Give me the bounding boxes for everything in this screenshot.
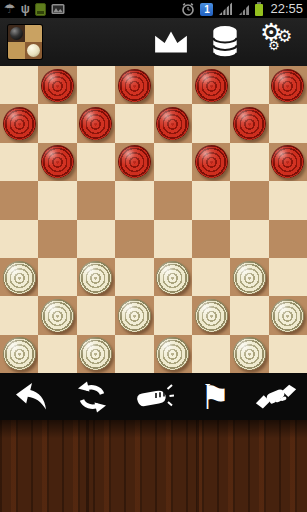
board-square-g8[interactable] xyxy=(230,66,268,104)
undo-icon xyxy=(13,381,49,413)
board-square-c7[interactable] xyxy=(77,104,115,142)
board-square-b4[interactable] xyxy=(38,220,76,258)
board-square-a4[interactable] xyxy=(0,220,38,258)
board-square-a2[interactable] xyxy=(0,296,38,334)
undo-button[interactable] xyxy=(0,373,61,420)
board-square-c2[interactable] xyxy=(77,296,115,334)
app-logo-dark-square2 xyxy=(25,42,42,59)
board-square-h5[interactable] xyxy=(269,181,307,219)
action-bar: ⚙ ⚙ ⚙ xyxy=(0,18,307,66)
clock-time: 22:55 xyxy=(270,0,303,18)
white-piece[interactable] xyxy=(156,337,189,370)
board-square-f8[interactable] xyxy=(192,66,230,104)
crown-icon xyxy=(153,29,189,55)
resign-button[interactable]: ⚑ xyxy=(184,373,245,420)
flag-icon: ⚑ xyxy=(200,377,230,417)
board-square-c3[interactable] xyxy=(77,258,115,296)
settings-button[interactable]: ⚙ ⚙ ⚙ xyxy=(259,22,299,62)
red-piece[interactable] xyxy=(41,145,74,178)
red-piece[interactable] xyxy=(233,107,266,140)
draw-offer-button[interactable] xyxy=(246,373,307,420)
board-square-d6[interactable] xyxy=(115,143,153,181)
board-square-b5[interactable] xyxy=(38,181,76,219)
board-square-g7[interactable] xyxy=(230,104,268,142)
board-square-b6[interactable] xyxy=(38,143,76,181)
app-logo-light-square2 xyxy=(8,42,25,59)
board-square-g3[interactable] xyxy=(230,258,268,296)
board-square-c8[interactable] xyxy=(77,66,115,104)
board-square-a8[interactable] xyxy=(0,66,38,104)
board-square-g1[interactable] xyxy=(230,335,268,373)
battery-saver-app-icon xyxy=(35,3,46,16)
gears-icon: ⚙ ⚙ ⚙ xyxy=(261,24,297,60)
board-square-f6[interactable] xyxy=(192,143,230,181)
rotate-icon xyxy=(76,381,108,413)
white-piece[interactable] xyxy=(233,337,266,370)
board-square-b2[interactable] xyxy=(38,296,76,334)
punch-button[interactable] xyxy=(123,373,184,420)
database-icon xyxy=(211,25,239,59)
app-logo-dark-square xyxy=(8,25,25,42)
board-square-b8[interactable] xyxy=(38,66,76,104)
board-square-f2[interactable] xyxy=(192,296,230,334)
bottom-toolbar: ⚑ xyxy=(0,373,307,420)
board-square-d1[interactable] xyxy=(115,335,153,373)
board-square-e3[interactable] xyxy=(154,258,192,296)
white-piece[interactable] xyxy=(233,261,266,294)
app-logo-light-square xyxy=(25,25,42,42)
status-bar: ☂ ψ 1 22:55 xyxy=(0,0,307,18)
board-square-d7[interactable] xyxy=(115,104,153,142)
board-square-e6[interactable] xyxy=(154,143,192,181)
battery-icon xyxy=(255,4,263,16)
board-square-e2[interactable] xyxy=(154,296,192,334)
board-square-h7[interactable] xyxy=(269,104,307,142)
white-piece[interactable] xyxy=(118,299,151,332)
app-logo-icon xyxy=(8,25,42,59)
board-square-c5[interactable] xyxy=(77,181,115,219)
handshake-icon xyxy=(255,383,297,411)
board-square-g2[interactable] xyxy=(230,296,268,334)
board-square-b1[interactable] xyxy=(38,335,76,373)
signal-strength-icon xyxy=(218,2,233,16)
white-piece[interactable] xyxy=(41,299,74,332)
board-square-d2[interactable] xyxy=(115,296,153,334)
board-square-f3[interactable] xyxy=(192,258,230,296)
board-square-c4[interactable] xyxy=(77,220,115,258)
notification-badge: 1 xyxy=(200,3,213,16)
rotate-button[interactable] xyxy=(61,373,122,420)
board-square-d8[interactable] xyxy=(115,66,153,104)
signal-strength-2-icon xyxy=(238,2,250,16)
umbrella-icon: ☂ xyxy=(4,0,16,18)
board-square-h4[interactable] xyxy=(269,220,307,258)
gallery-icon xyxy=(51,3,65,15)
white-piece[interactable] xyxy=(156,261,189,294)
board-square-h3[interactable] xyxy=(269,258,307,296)
board-square-h6[interactable] xyxy=(269,143,307,181)
usb-icon: ψ xyxy=(21,0,30,18)
board-square-a3[interactable] xyxy=(0,258,38,296)
white-piece[interactable] xyxy=(195,299,228,332)
board-square-e7[interactable] xyxy=(154,104,192,142)
board-square-d5[interactable] xyxy=(115,181,153,219)
board-square-c6[interactable] xyxy=(77,143,115,181)
app-logo-white-piece xyxy=(27,44,40,57)
red-piece[interactable] xyxy=(156,107,189,140)
board-square-e1[interactable] xyxy=(154,335,192,373)
board-square-f7[interactable] xyxy=(192,104,230,142)
board-square-f4[interactable] xyxy=(192,220,230,258)
white-piece[interactable] xyxy=(3,337,36,370)
board-square-g6[interactable] xyxy=(230,143,268,181)
red-piece[interactable] xyxy=(118,69,151,102)
checkers-app-window: ☂ ψ 1 22:55 xyxy=(0,0,307,512)
board[interactable] xyxy=(0,66,307,373)
board-square-f1[interactable] xyxy=(192,335,230,373)
red-piece[interactable] xyxy=(3,107,36,140)
crown-button[interactable] xyxy=(151,22,191,62)
white-piece[interactable] xyxy=(3,261,36,294)
board-square-g5[interactable] xyxy=(230,181,268,219)
board-square-a6[interactable] xyxy=(0,143,38,181)
board-square-g4[interactable] xyxy=(230,220,268,258)
board-square-h1[interactable] xyxy=(269,335,307,373)
board-square-d3[interactable] xyxy=(115,258,153,296)
red-piece[interactable] xyxy=(195,145,228,178)
red-piece[interactable] xyxy=(271,69,304,102)
alarm-clock-icon xyxy=(181,2,195,16)
board-square-a7[interactable] xyxy=(0,104,38,142)
board-square-a5[interactable] xyxy=(0,181,38,219)
board-square-e4[interactable] xyxy=(154,220,192,258)
board-square-h2[interactable] xyxy=(269,296,307,334)
board-square-b3[interactable] xyxy=(38,258,76,296)
white-piece[interactable] xyxy=(271,299,304,332)
board-square-d4[interactable] xyxy=(115,220,153,258)
app-logo-black-piece xyxy=(10,27,23,40)
white-piece[interactable] xyxy=(79,261,112,294)
board-square-e5[interactable] xyxy=(154,181,192,219)
board-square-h8[interactable] xyxy=(269,66,307,104)
red-piece[interactable] xyxy=(79,107,112,140)
board-square-f5[interactable] xyxy=(192,181,230,219)
red-piece[interactable] xyxy=(41,69,74,102)
database-button[interactable] xyxy=(205,22,245,62)
board-square-a1[interactable] xyxy=(0,335,38,373)
red-piece[interactable] xyxy=(195,69,228,102)
red-piece[interactable] xyxy=(271,145,304,178)
board-square-c1[interactable] xyxy=(77,335,115,373)
white-piece[interactable] xyxy=(79,337,112,370)
wood-background xyxy=(0,420,307,512)
punch-fist-icon xyxy=(134,383,174,411)
board-square-e8[interactable] xyxy=(154,66,192,104)
board-square-b7[interactable] xyxy=(38,104,76,142)
red-piece[interactable] xyxy=(118,145,151,178)
